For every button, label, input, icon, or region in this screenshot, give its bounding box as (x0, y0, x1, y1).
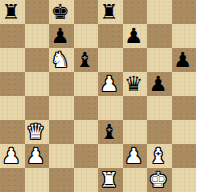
square-e4[interactable] (98, 96, 123, 120)
square-h2[interactable] (172, 144, 197, 168)
white-knight: ♞ (51, 48, 70, 72)
square-e8[interactable]: ♜ (98, 0, 123, 24)
square-h6[interactable]: ♟ (172, 48, 197, 72)
square-b4[interactable] (25, 96, 50, 120)
chess-app-canvas: ♜♚♜♟♟♞♝♟♟♛♟♛♝♟♟♟♝♜♚ (0, 0, 207, 192)
square-c1[interactable] (49, 168, 74, 192)
black-pawn: ♟ (149, 72, 168, 96)
square-e7[interactable] (98, 24, 123, 48)
square-f6[interactable] (123, 48, 148, 72)
square-c3[interactable] (49, 120, 74, 144)
square-h7[interactable] (172, 24, 197, 48)
white-king: ♚ (149, 168, 168, 192)
square-h3[interactable] (172, 120, 197, 144)
square-f5[interactable]: ♛ (123, 72, 148, 96)
square-e6[interactable] (98, 48, 123, 72)
chess-board: ♜♚♜♟♟♞♝♟♟♛♟♛♝♟♟♟♝♜♚ (0, 0, 196, 192)
square-a7[interactable] (0, 24, 25, 48)
square-d7[interactable] (74, 24, 99, 48)
square-a5[interactable] (0, 72, 25, 96)
square-e5[interactable]: ♟ (98, 72, 123, 96)
square-a3[interactable] (0, 120, 25, 144)
white-pawn: ♟ (26, 144, 45, 168)
square-d4[interactable] (74, 96, 99, 120)
square-c2[interactable] (49, 144, 74, 168)
square-h5[interactable] (172, 72, 197, 96)
square-d3[interactable] (74, 120, 99, 144)
square-c8[interactable]: ♚ (49, 0, 74, 24)
square-a8[interactable]: ♜ (0, 0, 25, 24)
square-f3[interactable] (123, 120, 148, 144)
white-pawn: ♟ (2, 144, 21, 168)
square-b1[interactable] (25, 168, 50, 192)
square-c7[interactable]: ♟ (49, 24, 74, 48)
black-bishop: ♝ (75, 48, 94, 72)
square-e2[interactable] (98, 144, 123, 168)
black-pawn: ♟ (173, 48, 192, 72)
square-b5[interactable] (25, 72, 50, 96)
black-queen: ♛ (124, 72, 143, 96)
square-b2[interactable]: ♟ (25, 144, 50, 168)
square-a1[interactable] (0, 168, 25, 192)
white-pawn: ♟ (124, 144, 143, 168)
square-e3[interactable]: ♝ (98, 120, 123, 144)
square-f4[interactable] (123, 96, 148, 120)
white-rook: ♜ (100, 168, 119, 192)
square-f7[interactable]: ♟ (123, 24, 148, 48)
square-c6[interactable]: ♞ (49, 48, 74, 72)
black-king: ♚ (51, 0, 70, 24)
square-a4[interactable] (0, 96, 25, 120)
square-c5[interactable] (49, 72, 74, 96)
square-b7[interactable] (25, 24, 50, 48)
square-g1[interactable]: ♚ (147, 168, 172, 192)
white-pawn: ♟ (100, 72, 119, 96)
square-d5[interactable] (74, 72, 99, 96)
square-f8[interactable] (123, 0, 148, 24)
square-d8[interactable] (74, 0, 99, 24)
square-d2[interactable] (74, 144, 99, 168)
square-g3[interactable] (147, 120, 172, 144)
black-pawn: ♟ (51, 24, 70, 48)
square-b8[interactable] (25, 0, 50, 24)
square-d6[interactable]: ♝ (74, 48, 99, 72)
black-bishop: ♝ (100, 120, 119, 144)
square-e1[interactable]: ♜ (98, 168, 123, 192)
square-a2[interactable]: ♟ (0, 144, 25, 168)
board-right-gutter (196, 0, 207, 192)
square-b6[interactable] (25, 48, 50, 72)
square-b3[interactable]: ♛ (25, 120, 50, 144)
square-f1[interactable] (123, 168, 148, 192)
square-a6[interactable] (0, 48, 25, 72)
square-g8[interactable] (147, 0, 172, 24)
square-g7[interactable] (147, 24, 172, 48)
white-bishop: ♝ (149, 144, 168, 168)
square-g4[interactable] (147, 96, 172, 120)
square-h4[interactable] (172, 96, 197, 120)
square-h8[interactable] (172, 0, 197, 24)
square-g5[interactable]: ♟ (147, 72, 172, 96)
square-f2[interactable]: ♟ (123, 144, 148, 168)
square-d1[interactable] (74, 168, 99, 192)
black-rook: ♜ (100, 0, 119, 24)
square-c4[interactable] (49, 96, 74, 120)
square-h1[interactable] (172, 168, 197, 192)
white-queen: ♛ (26, 120, 45, 144)
black-rook: ♜ (2, 0, 21, 24)
square-g6[interactable] (147, 48, 172, 72)
black-pawn: ♟ (124, 24, 143, 48)
square-g2[interactable]: ♝ (147, 144, 172, 168)
